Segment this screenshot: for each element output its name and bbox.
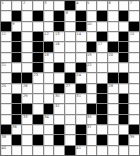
clue-number: 25 [2, 84, 7, 88]
clue-number: 31 [76, 94, 81, 98]
white-cell-r3c4[interactable] [33, 22, 43, 31]
white-cell-r14c5[interactable] [44, 135, 54, 144]
white-cell-r1c11[interactable]: 6 [108, 1, 118, 10]
white-cell-r8c5[interactable] [44, 73, 54, 82]
black-cell-r10c2 [12, 94, 22, 103]
white-cell-r8c4[interactable]: 23 [33, 73, 43, 82]
white-cell-r3c11[interactable] [108, 22, 118, 31]
clue-number: 23 [34, 73, 39, 77]
white-cell-r1c1[interactable]: 1 [1, 1, 11, 10]
black-cell-r6c2 [12, 53, 22, 62]
white-cell-r13c11[interactable] [108, 125, 118, 134]
clue-number: 5 [87, 1, 89, 5]
white-cell-r13c7[interactable] [65, 125, 75, 134]
clue-number: 34 [44, 115, 49, 119]
black-cell-r2c10 [97, 11, 107, 20]
white-cell-r11c6[interactable]: 32 [54, 104, 64, 113]
white-cell-r8c6[interactable] [54, 73, 64, 82]
black-cell-r5c5 [44, 42, 54, 51]
white-cell-r9c12[interactable] [119, 84, 129, 93]
white-cell-r10c5[interactable] [44, 94, 54, 103]
clue-number: 3 [44, 1, 46, 5]
white-cell-r3c10[interactable] [97, 22, 107, 31]
white-cell-r9c2[interactable] [12, 84, 22, 93]
white-cell-r5c3[interactable] [22, 42, 32, 51]
clue-number: 15 [130, 32, 135, 36]
white-cell-r4c8[interactable]: 14 [76, 32, 86, 41]
black-cell-r13c13 [129, 125, 139, 134]
white-cell-r2c1[interactable] [1, 11, 11, 20]
white-cell-r3c7[interactable] [65, 22, 75, 31]
black-cell-r8c2 [12, 73, 22, 82]
white-cell-r5c6[interactable]: 16 [54, 42, 64, 51]
white-cell-r5c7[interactable] [65, 42, 75, 51]
clue-number: 39 [130, 135, 135, 139]
black-cell-r10c10 [97, 94, 107, 103]
black-cell-r4c4 [33, 32, 43, 41]
white-cell-r15c13[interactable] [129, 146, 139, 155]
white-cell-r4c6[interactable]: 13 [54, 32, 64, 41]
black-cell-r11c2 [12, 104, 22, 113]
white-cell-r8c13[interactable] [129, 73, 139, 82]
black-cell-r2c4 [33, 11, 43, 20]
black-cell-r13c1 [1, 125, 11, 134]
black-cell-r11c5 [44, 104, 54, 113]
clue-number: 16 [55, 42, 60, 46]
white-cell-r1c6[interactable] [54, 1, 64, 10]
white-cell-r5c13[interactable] [129, 42, 139, 51]
white-cell-r14c11[interactable] [108, 135, 118, 144]
clue-number: 7 [130, 1, 132, 5]
white-cell-r4c5[interactable]: 12 [44, 32, 54, 41]
clue-number: 40 [2, 146, 7, 150]
white-cell-r14c7[interactable] [65, 135, 75, 144]
white-cell-r10c3[interactable]: 29 [22, 94, 32, 103]
black-cell-r5c9 [87, 42, 97, 51]
black-cell-r11c12 [119, 104, 129, 113]
white-cell-r7c9[interactable]: 22 [87, 63, 97, 72]
clue-number: 18 [44, 53, 49, 57]
white-cell-r7c12[interactable] [119, 63, 129, 72]
white-cell-r1c2[interactable] [12, 1, 22, 10]
clue-number: 30 [55, 94, 60, 98]
clue-number: 11 [2, 32, 7, 36]
white-cell-r6c10[interactable] [97, 53, 107, 62]
black-cell-r14c8 [76, 135, 86, 144]
clue-number: 14 [76, 32, 81, 36]
clue-number: 13 [55, 32, 60, 36]
white-cell-r12c11[interactable] [108, 115, 118, 124]
white-cell-r13c3[interactable] [22, 125, 32, 134]
white-cell-r7c13[interactable] [129, 63, 139, 72]
white-cell-r11c7[interactable] [65, 104, 75, 113]
white-cell-r9c9[interactable] [87, 84, 97, 93]
black-cell-r3c1 [1, 22, 11, 31]
white-cell-r6c9[interactable]: 19 [87, 53, 97, 62]
clue-number: 32 [55, 104, 60, 108]
clue-number: 28 [108, 84, 113, 88]
white-cell-r1c9[interactable]: 5 [87, 1, 97, 10]
white-cell-r15c5[interactable] [44, 146, 54, 155]
clue-number: 19 [87, 53, 92, 57]
white-cell-r4c3[interactable] [22, 32, 32, 41]
black-cell-r12c10 [97, 115, 107, 124]
white-cell-r12c5[interactable]: 34 [44, 115, 54, 124]
black-cell-r3c8 [76, 22, 86, 31]
black-cell-r8c12 [119, 73, 129, 82]
white-cell-r7c5[interactable] [44, 63, 54, 72]
white-cell-r6c8[interactable] [76, 53, 86, 62]
white-cell-r1c4[interactable] [33, 1, 43, 10]
white-cell-r8c9[interactable] [87, 73, 97, 82]
white-cell-r2c13[interactable] [129, 11, 139, 20]
white-cell-r12c7[interactable] [65, 115, 75, 124]
black-cell-r12c4 [33, 115, 43, 124]
black-cell-r8c3 [22, 73, 32, 82]
white-cell-r15c8[interactable]: 41 [76, 146, 86, 155]
white-cell-r10c8[interactable]: 31 [76, 94, 86, 103]
black-cell-r2c8 [76, 11, 86, 20]
white-cell-r9c11[interactable]: 28 [108, 84, 118, 93]
clue-number: 9 [12, 22, 14, 26]
black-cell-r6c12 [119, 53, 129, 62]
white-cell-r3c12[interactable] [119, 22, 129, 31]
black-cell-r14c4 [33, 135, 43, 144]
white-cell-r10c1[interactable] [1, 94, 11, 103]
black-cell-r5c2 [12, 42, 22, 51]
white-cell-r8c8[interactable]: 24 [76, 73, 86, 82]
black-cell-r5c4 [33, 42, 43, 51]
white-cell-r14c1[interactable]: 38 [1, 135, 11, 144]
white-cell-r10c13[interactable] [129, 94, 139, 103]
black-cell-r13c6 [54, 125, 64, 134]
white-cell-r15c1[interactable]: 40 [1, 146, 11, 155]
black-cell-r4c12 [119, 32, 129, 41]
white-cell-r6c11[interactable]: 20 [108, 53, 118, 62]
white-cell-r7c10[interactable] [97, 63, 107, 72]
white-cell-r7c1[interactable]: 21 [1, 63, 11, 72]
white-cell-r12c13[interactable] [129, 115, 139, 124]
white-cell-r1c8[interactable]: 4 [76, 1, 86, 10]
white-cell-r1c13[interactable]: 7 [129, 1, 139, 10]
crossword-puzzle: 1234567891011121314151617181920212223242… [0, 0, 140, 156]
white-cell-r11c11[interactable] [108, 104, 118, 113]
white-cell-r12c1[interactable] [1, 115, 11, 124]
white-cell-r15c10[interactable] [97, 146, 107, 155]
white-cell-r13c9[interactable]: 37 [87, 125, 97, 134]
clue-number: 21 [2, 63, 7, 67]
clue-number: 2 [23, 1, 25, 5]
white-cell-r10c11[interactable] [108, 94, 118, 103]
crossword-board: 1234567891011121314151617181920212223242… [0, 0, 140, 156]
black-cell-r1c7 [65, 1, 75, 10]
black-cell-r4c2 [12, 32, 22, 41]
white-cell-r14c3[interactable] [22, 135, 32, 144]
black-cell-r2c12 [119, 11, 129, 20]
black-cell-r3c13 [129, 22, 139, 31]
white-cell-r4c9[interactable] [87, 32, 97, 41]
white-cell-r15c3[interactable] [22, 146, 32, 155]
black-cell-r9c10 [97, 84, 107, 93]
white-cell-r9c7[interactable]: 27 [65, 84, 75, 93]
white-cell-r1c5[interactable]: 3 [44, 1, 54, 10]
black-cell-r9c6 [54, 84, 64, 93]
white-cell-r1c3[interactable]: 2 [22, 1, 32, 10]
white-cell-r1c10[interactable] [97, 1, 107, 10]
white-cell-r13c10[interactable] [97, 125, 107, 134]
black-cell-r10c12 [119, 94, 129, 103]
black-cell-r2c6 [54, 11, 64, 20]
white-cell-r2c9[interactable] [87, 11, 97, 20]
white-cell-r6c3[interactable] [22, 53, 32, 62]
black-cell-r14c12 [119, 135, 129, 144]
clue-number: 27 [66, 84, 71, 88]
white-cell-r13c4[interactable] [33, 125, 43, 134]
clue-number: 1 [2, 1, 4, 5]
white-cell-r11c8[interactable] [76, 104, 86, 113]
white-cell-r15c11[interactable] [108, 146, 118, 155]
white-cell-r15c9[interactable] [87, 146, 97, 155]
white-cell-r6c6[interactable] [54, 53, 64, 62]
black-cell-r11c10 [97, 104, 107, 113]
white-cell-r11c4[interactable] [33, 104, 43, 113]
white-cell-r1c12[interactable] [119, 1, 129, 10]
black-cell-r6c4 [33, 53, 43, 62]
clue-number: 26 [23, 84, 28, 88]
clue-number: 29 [23, 94, 28, 98]
white-cell-r3c2[interactable]: 9 [12, 22, 22, 31]
black-cell-r14c6 [54, 135, 64, 144]
white-cell-r9c3[interactable]: 26 [22, 84, 32, 93]
clue-number: 41 [76, 146, 81, 150]
white-cell-r15c2[interactable] [12, 146, 22, 155]
white-cell-r8c1[interactable] [1, 73, 11, 82]
white-cell-r14c13[interactable]: 39 [129, 135, 139, 144]
white-cell-r12c6[interactable] [54, 115, 64, 124]
white-cell-r4c13[interactable]: 15 [129, 32, 139, 41]
black-cell-r11c9 [87, 104, 97, 113]
white-cell-r10c4[interactable] [33, 94, 43, 103]
white-cell-r2c5[interactable] [44, 11, 54, 20]
black-cell-r12c2 [12, 115, 22, 124]
white-cell-r9c13[interactable] [129, 84, 139, 93]
white-cell-r4c1[interactable]: 11 [1, 32, 11, 41]
white-cell-r11c13[interactable] [129, 104, 139, 113]
black-cell-r13c8 [76, 125, 86, 134]
black-cell-r8c7 [65, 73, 75, 82]
black-cell-r14c2 [12, 135, 22, 144]
white-cell-r2c7[interactable]: 8 [65, 11, 75, 20]
black-cell-r12c12 [119, 115, 129, 124]
white-cell-r5c8[interactable] [76, 42, 86, 51]
black-cell-r5c11 [108, 42, 118, 51]
clue-number: 22 [87, 63, 92, 67]
white-cell-r7c3[interactable] [22, 63, 32, 72]
white-cell-r6c5[interactable]: 18 [44, 53, 54, 62]
black-cell-r4c10 [97, 32, 107, 41]
clue-number: 36 [12, 125, 17, 129]
clue-number: 8 [66, 11, 68, 15]
white-cell-r7c7[interactable] [65, 63, 75, 72]
black-cell-r14c10 [97, 135, 107, 144]
clue-number: 17 [98, 42, 103, 46]
black-cell-r7c6 [54, 63, 64, 72]
white-cell-r4c11[interactable] [108, 32, 118, 41]
clue-number: 20 [108, 53, 113, 57]
black-cell-r9c8 [76, 84, 86, 93]
white-cell-r5c10[interactable]: 17 [97, 42, 107, 51]
white-cell-r14c9[interactable] [87, 135, 97, 144]
white-cell-r3c5[interactable] [44, 22, 54, 31]
white-cell-r15c4[interactable] [33, 146, 43, 155]
black-cell-r2c2 [12, 11, 22, 20]
black-cell-r15c7 [65, 146, 75, 155]
white-cell-r7c2[interactable] [12, 63, 22, 72]
clue-number: 33 [23, 115, 28, 119]
white-cell-r15c6[interactable] [54, 146, 64, 155]
white-cell-r10c9[interactable] [87, 94, 97, 103]
white-cell-r12c3[interactable]: 33 [22, 115, 32, 124]
white-cell-r7c11[interactable] [108, 63, 118, 72]
white-cell-r6c1[interactable] [1, 53, 11, 62]
clue-number: 37 [87, 125, 92, 129]
white-cell-r13c5[interactable] [44, 125, 54, 134]
black-cell-r7c8 [76, 63, 86, 72]
white-cell-r9c1[interactable]: 25 [1, 84, 11, 93]
clue-number: 10 [87, 22, 92, 26]
black-cell-r3c6 [54, 22, 64, 31]
white-cell-r15c12[interactable] [119, 146, 129, 155]
white-cell-r9c4[interactable] [33, 84, 43, 93]
white-cell-r13c12[interactable] [119, 125, 129, 134]
white-cell-r12c9[interactable]: 35 [87, 115, 97, 124]
white-cell-r6c7[interactable] [65, 53, 75, 62]
white-cell-r13c2[interactable]: 36 [12, 125, 22, 134]
white-cell-r2c11[interactable] [108, 11, 118, 20]
black-cell-r7c4 [33, 63, 43, 72]
black-cell-r11c3 [22, 104, 32, 113]
white-cell-r3c9[interactable]: 10 [87, 22, 97, 31]
white-cell-r12c8[interactable] [76, 115, 86, 124]
white-cell-r6c13[interactable] [129, 53, 139, 62]
white-cell-r3c3[interactable] [22, 22, 32, 31]
white-cell-r4c7[interactable] [65, 32, 75, 41]
black-cell-r5c12 [119, 42, 129, 51]
clue-number: 35 [87, 115, 92, 119]
clue-number: 4 [76, 1, 78, 5]
black-cell-r8c11 [108, 73, 118, 82]
clue-number: 38 [2, 135, 7, 139]
white-cell-r8c10[interactable] [97, 73, 107, 82]
white-cell-r11c1[interactable] [1, 104, 11, 113]
white-cell-r5c1[interactable] [1, 42, 11, 51]
clue-number: 24 [76, 73, 81, 77]
clue-number: 6 [108, 1, 110, 5]
white-cell-r9c5[interactable] [44, 84, 54, 93]
white-cell-r10c7[interactable] [65, 94, 75, 103]
white-cell-r2c3[interactable] [22, 11, 32, 20]
clue-number: 12 [44, 32, 49, 36]
white-cell-r10c6[interactable]: 30 [54, 94, 64, 103]
